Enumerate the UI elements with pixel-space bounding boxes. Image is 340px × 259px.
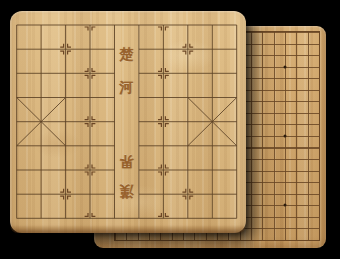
xiangqi-board: 楚 河 界 漢 bbox=[10, 11, 246, 233]
go-star-point bbox=[283, 65, 286, 68]
go-star-point bbox=[283, 135, 286, 138]
river-char-he: 河 bbox=[113, 79, 140, 97]
river-char-chu: 楚 bbox=[113, 46, 140, 64]
xiangqi-board-edge bbox=[10, 225, 246, 233]
scene: 楚 河 界 漢 bbox=[0, 0, 340, 259]
river-char-jie: 界 bbox=[113, 152, 140, 170]
river-char-han: 漢 bbox=[113, 182, 140, 200]
go-star-point bbox=[283, 204, 286, 207]
